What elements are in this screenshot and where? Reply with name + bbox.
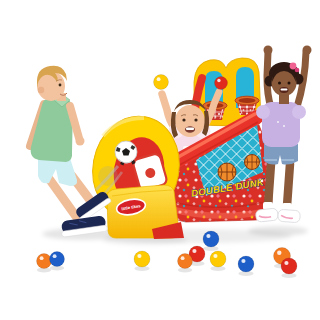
ball-red <box>281 258 297 278</box>
ball-orange <box>178 254 193 273</box>
ball-blue <box>50 252 65 271</box>
ball-yellow <box>154 75 169 90</box>
ball-orange <box>37 254 52 273</box>
base-front: little tikes <box>107 185 184 239</box>
scene-svg: DOUBLE DUNK <box>0 0 320 320</box>
product-photo: DOUBLE DUNK <box>0 0 320 320</box>
girl-right-left-leg <box>268 164 271 206</box>
ball-red <box>215 77 228 90</box>
girl-right-right-leg <box>287 164 290 206</box>
girl-right-shoe-left <box>255 208 278 222</box>
ball-yellow <box>210 251 226 271</box>
girl-right-shoe-right <box>278 209 301 223</box>
panel-basketball-left <box>218 163 236 181</box>
ball-blue <box>238 256 254 276</box>
panel-basketball-right <box>245 155 260 170</box>
girl-right-shorts <box>264 144 298 165</box>
ball-yellow <box>134 251 150 271</box>
ball-blue <box>203 231 219 251</box>
